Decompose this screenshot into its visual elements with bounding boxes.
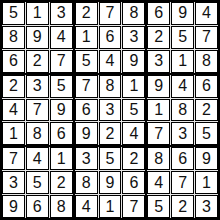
cell-r2c7[interactable]: 2 bbox=[147, 26, 170, 49]
cell-r1c5[interactable]: 7 bbox=[99, 2, 122, 25]
cell-r8c6[interactable]: 6 bbox=[122, 171, 145, 194]
cell-r1c7[interactable]: 6 bbox=[147, 2, 170, 25]
cell-r2c6[interactable]: 3 bbox=[122, 26, 145, 49]
cell-r8c4[interactable]: 8 bbox=[75, 171, 98, 194]
cell-r5c5[interactable]: 3 bbox=[99, 99, 122, 122]
cell-r4c4[interactable]: 7 bbox=[75, 75, 98, 98]
cell-r7c9[interactable]: 9 bbox=[195, 147, 218, 170]
cell-r9c9[interactable]: 3 bbox=[195, 195, 218, 218]
cell-r6c8[interactable]: 3 bbox=[171, 122, 194, 145]
cell-r9c2[interactable]: 6 bbox=[26, 195, 49, 218]
cell-r3c5[interactable]: 4 bbox=[99, 50, 122, 73]
cell-r8c5[interactable]: 9 bbox=[99, 171, 122, 194]
cell-r5c2[interactable]: 7 bbox=[26, 99, 49, 122]
cell-r9c8[interactable]: 2 bbox=[171, 195, 194, 218]
cell-r5c3[interactable]: 9 bbox=[50, 99, 73, 122]
box-9: 869471523 bbox=[147, 147, 218, 218]
cell-r8c7[interactable]: 4 bbox=[147, 171, 170, 194]
cell-r7c8[interactable]: 6 bbox=[171, 147, 194, 170]
box-3: 694257318 bbox=[147, 2, 218, 73]
sudoku-board: 5138946272781635496942573182354791867816… bbox=[0, 0, 220, 220]
box-8: 352896417 bbox=[75, 147, 146, 218]
cell-r6c7[interactable]: 7 bbox=[147, 122, 170, 145]
cell-r8c3[interactable]: 2 bbox=[50, 171, 73, 194]
cell-r2c2[interactable]: 9 bbox=[26, 26, 49, 49]
cell-r4c8[interactable]: 4 bbox=[171, 75, 194, 98]
cell-r3c2[interactable]: 2 bbox=[26, 50, 49, 73]
cell-r7c6[interactable]: 2 bbox=[122, 147, 145, 170]
cell-r6c6[interactable]: 4 bbox=[122, 122, 145, 145]
cell-r2c9[interactable]: 7 bbox=[195, 26, 218, 49]
cell-r6c3[interactable]: 6 bbox=[50, 122, 73, 145]
cell-r6c5[interactable]: 2 bbox=[99, 122, 122, 145]
cell-r3c7[interactable]: 3 bbox=[147, 50, 170, 73]
cell-r3c8[interactable]: 1 bbox=[171, 50, 194, 73]
cell-r4c2[interactable]: 3 bbox=[26, 75, 49, 98]
box-4: 235479186 bbox=[2, 75, 73, 146]
cell-r5c1[interactable]: 4 bbox=[2, 99, 25, 122]
cell-r9c1[interactable]: 9 bbox=[2, 195, 25, 218]
cell-r1c9[interactable]: 4 bbox=[195, 2, 218, 25]
cell-r6c2[interactable]: 8 bbox=[26, 122, 49, 145]
cell-r9c5[interactable]: 1 bbox=[99, 195, 122, 218]
cell-r3c9[interactable]: 8 bbox=[195, 50, 218, 73]
cell-r5c8[interactable]: 8 bbox=[171, 99, 194, 122]
cell-r4c6[interactable]: 1 bbox=[122, 75, 145, 98]
cell-r5c4[interactable]: 6 bbox=[75, 99, 98, 122]
cell-r4c7[interactable]: 9 bbox=[147, 75, 170, 98]
cell-r1c1[interactable]: 5 bbox=[2, 2, 25, 25]
cell-r5c9[interactable]: 2 bbox=[195, 99, 218, 122]
cell-r1c3[interactable]: 3 bbox=[50, 2, 73, 25]
cell-r1c2[interactable]: 1 bbox=[26, 2, 49, 25]
cell-r9c6[interactable]: 7 bbox=[122, 195, 145, 218]
cell-r8c2[interactable]: 5 bbox=[26, 171, 49, 194]
box-5: 781635924 bbox=[75, 75, 146, 146]
cell-r3c3[interactable]: 7 bbox=[50, 50, 73, 73]
cell-r5c7[interactable]: 1 bbox=[147, 99, 170, 122]
cell-r2c1[interactable]: 8 bbox=[2, 26, 25, 49]
cell-r9c7[interactable]: 5 bbox=[147, 195, 170, 218]
cell-r1c8[interactable]: 9 bbox=[171, 2, 194, 25]
cell-r1c6[interactable]: 8 bbox=[122, 2, 145, 25]
box-7: 741352968 bbox=[2, 147, 73, 218]
box-6: 946182735 bbox=[147, 75, 218, 146]
cell-r8c8[interactable]: 7 bbox=[171, 171, 194, 194]
cell-r5c6[interactable]: 5 bbox=[122, 99, 145, 122]
cell-r4c1[interactable]: 2 bbox=[2, 75, 25, 98]
cell-r8c1[interactable]: 3 bbox=[2, 171, 25, 194]
box-2: 278163549 bbox=[75, 2, 146, 73]
cell-r6c9[interactable]: 5 bbox=[195, 122, 218, 145]
cell-r4c9[interactable]: 6 bbox=[195, 75, 218, 98]
cell-r7c2[interactable]: 4 bbox=[26, 147, 49, 170]
cell-r6c1[interactable]: 1 bbox=[2, 122, 25, 145]
cell-r8c9[interactable]: 1 bbox=[195, 171, 218, 194]
cell-r1c4[interactable]: 2 bbox=[75, 2, 98, 25]
cell-r3c1[interactable]: 6 bbox=[2, 50, 25, 73]
cell-r3c6[interactable]: 9 bbox=[122, 50, 145, 73]
cell-r7c3[interactable]: 1 bbox=[50, 147, 73, 170]
cell-r9c3[interactable]: 8 bbox=[50, 195, 73, 218]
cell-r7c5[interactable]: 5 bbox=[99, 147, 122, 170]
cell-r4c3[interactable]: 5 bbox=[50, 75, 73, 98]
cell-r4c5[interactable]: 8 bbox=[99, 75, 122, 98]
cell-r9c4[interactable]: 4 bbox=[75, 195, 98, 218]
cell-r7c1[interactable]: 7 bbox=[2, 147, 25, 170]
cell-r7c7[interactable]: 8 bbox=[147, 147, 170, 170]
cell-r2c5[interactable]: 6 bbox=[99, 26, 122, 49]
cell-r3c4[interactable]: 5 bbox=[75, 50, 98, 73]
cell-r6c4[interactable]: 9 bbox=[75, 122, 98, 145]
cell-r7c4[interactable]: 3 bbox=[75, 147, 98, 170]
cell-r2c4[interactable]: 1 bbox=[75, 26, 98, 49]
cell-r2c3[interactable]: 4 bbox=[50, 26, 73, 49]
box-1: 513894627 bbox=[2, 2, 73, 73]
cell-r2c8[interactable]: 5 bbox=[171, 26, 194, 49]
